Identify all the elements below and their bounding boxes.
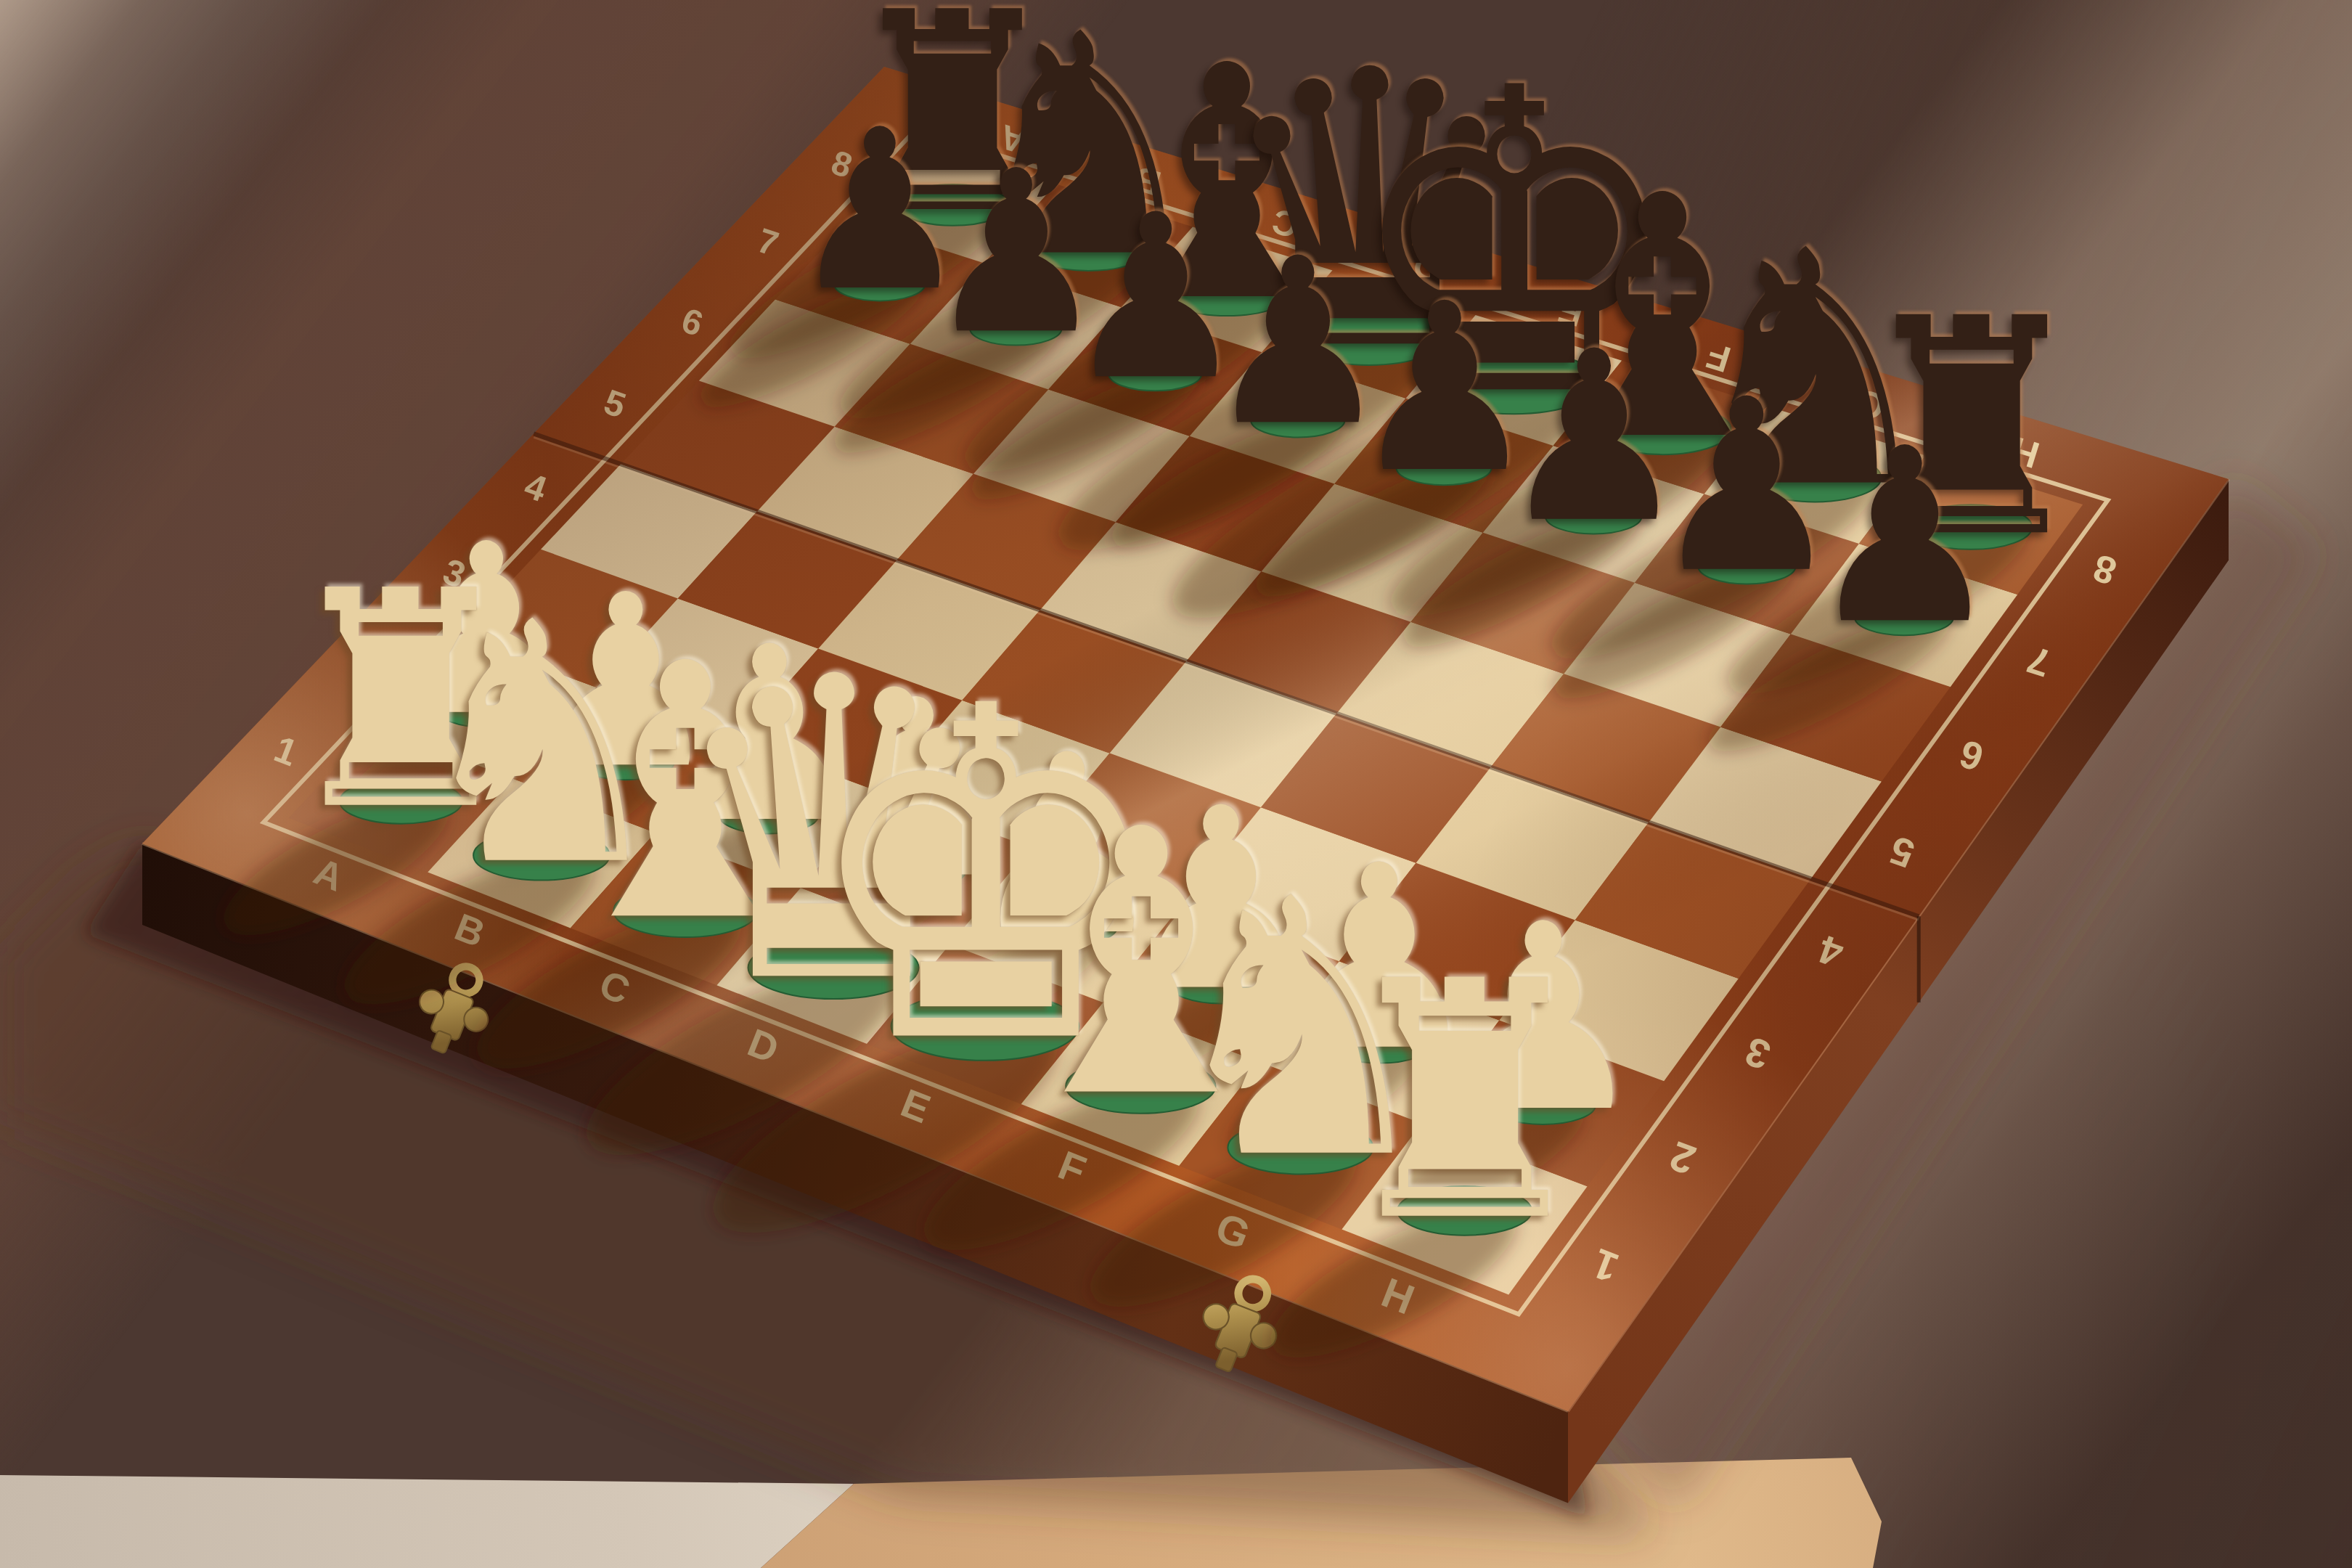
scene: Wooden folding chess set, standard start… — [0, 0, 2352, 1568]
piece-white-rook-h1[interactable]: ♜ — [1333, 939, 1597, 1267]
piece-black-pawn-h7[interactable]: ♟ — [1807, 417, 2001, 658]
